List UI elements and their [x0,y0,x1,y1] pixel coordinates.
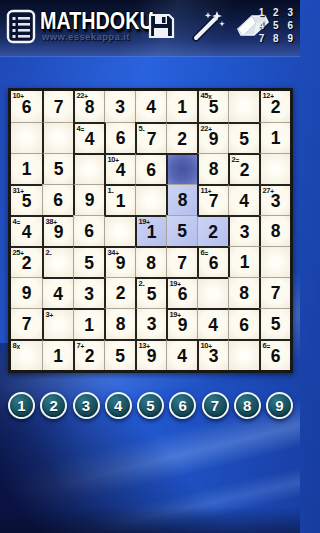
cell-r2c3[interactable]: 4=4 [73,122,104,153]
cage-label: 22+ [201,124,212,134]
cell-r8c4[interactable]: 8 [104,308,135,339]
cell-r3c4[interactable]: 10+4 [104,153,135,184]
cage-label: 5- [139,124,145,134]
cell-value: 6 [239,317,249,335]
cell-value: 6 [22,99,32,117]
cage-label: 19+ [170,310,181,320]
cage-label: 10+ [108,155,119,165]
cage-label: 19+ [170,279,181,289]
cell-r8c1[interactable]: 7 [11,308,42,339]
app-header: MATHDOKU www.essekappa.it 1 2 3 4 5 6 7 … [0,0,300,56]
cell-value: 8 [116,316,126,334]
cell-r5c8[interactable]: 3 [228,215,259,246]
cell-r9c8[interactable] [228,339,259,370]
cell-value: 3 [115,99,125,117]
cell-r5c1[interactable]: 4=4 [11,215,42,246]
cell-value: 8 [271,223,281,241]
cell-value: 1 [22,161,32,179]
cell-value: 5 [239,131,249,149]
notes-menu-icon[interactable] [6,9,36,45]
cage-label: 1- [108,186,114,196]
number-button-9[interactable]: 9 [266,392,293,419]
cell-value: 5 [209,99,219,117]
number-button-4[interactable]: 4 [105,392,132,419]
cell-value: 6 [271,348,281,366]
cell-value: 7 [54,99,64,117]
cell-r1c4[interactable]: 3 [104,91,135,122]
cage-label: 7+ [77,341,84,351]
cage-label: 31+ [13,186,24,196]
cell-value: 1 [271,130,281,148]
cell-value: 2 [240,162,250,180]
cell-r6c8[interactable]: 1 [228,246,259,277]
number-button-1[interactable]: 1 [8,392,35,419]
cage-label: 3+ [46,310,53,320]
cell-r3c3[interactable] [73,153,104,184]
cell-r6c5[interactable]: 8 [135,246,166,277]
puzzle-grid: 10+6722+834145x512+24=465-7222+9511510+4… [8,88,293,373]
cell-value: 7 [271,285,281,303]
cell-value: 3 [240,224,250,242]
numpad-row: 7 8 9 [259,32,296,45]
cell-value: 6 [146,162,156,180]
cage-label: 45x [201,91,212,101]
cell-value: 5 [115,348,125,366]
background-dark-edge [0,507,300,533]
cell-value: 9 [22,285,32,303]
cell-r7c9[interactable]: 7 [259,277,290,308]
cell-r2c7[interactable]: 22+9 [197,122,228,153]
cell-value: 8 [178,192,188,210]
cell-r9c9[interactable]: 6=6 [259,339,290,370]
cell-r2c1[interactable] [11,122,42,153]
cell-value: 1 [240,254,250,272]
cell-r4c9[interactable]: 27+3 [259,184,290,215]
cell-r3c8[interactable]: 2=2 [228,153,259,184]
cell-r7c6[interactable]: 19+6 [166,277,197,308]
cage-label: 12+ [263,91,274,101]
cell-r2c5[interactable]: 5-7 [135,122,166,153]
cell-r3c6[interactable] [166,153,197,184]
cell-r7c4[interactable]: 2 [104,277,135,308]
cage-label: 4= [77,124,84,134]
cell-value: 4 [208,317,218,335]
cell-value: 5 [271,316,281,334]
cell-r4c1[interactable]: 31+5 [11,184,42,215]
cell-value: 3 [147,316,157,334]
cell-value: 4 [146,99,156,117]
cell-r8c2[interactable]: 3+ [42,308,73,339]
cell-r7c1[interactable]: 9 [11,277,42,308]
cell-value: 7 [22,316,32,334]
cage-label: 19+ [139,217,150,227]
numpad-row: 4 5 6 [259,19,296,32]
cell-r8c9[interactable]: 5 [259,308,290,339]
cage-label: 38+ [46,217,57,227]
cell-value: 6 [209,255,219,273]
cell-r3c9[interactable] [259,153,290,184]
cell-r4c3[interactable]: 9 [73,184,104,215]
cell-value: 1 [116,193,126,211]
cell-value: 2 [271,99,281,117]
cell-r4c4[interactable]: 1-1 [104,184,135,215]
cell-value: 8 [239,285,249,303]
cell-r2c2[interactable] [42,122,73,153]
cell-value: 9 [85,192,95,210]
cage-label: 22+ [77,91,88,101]
cell-value: 2 [177,131,187,149]
cage-label: 6= [201,248,208,258]
cage-label: 10+ [201,341,212,351]
cell-r6c9[interactable] [259,246,290,277]
cell-r5c6[interactable]: 5 [166,215,197,246]
cell-value: 7 [147,131,157,149]
cage-label: 4= [13,217,20,227]
cage-label: 34+ [108,248,119,258]
cell-r9c3[interactable]: 7+2 [73,339,104,370]
number-button-row: 123456789 [8,391,293,420]
website-url: www.essekappa.it [42,31,130,42]
cell-value: 4 [22,224,32,242]
cell-r2c6[interactable]: 2 [166,122,197,153]
cell-r3c2[interactable]: 5 [42,153,73,184]
cell-r2c9[interactable]: 1 [259,122,290,153]
number-button-6[interactable]: 6 [169,392,196,419]
cage-label: 8x [13,341,20,351]
cell-r2c8[interactable]: 5 [228,122,259,153]
cell-r3c5[interactable]: 6 [135,153,166,184]
cell-value: 8 [146,255,156,273]
background-streak [0,446,300,533]
cell-value: 5 [147,286,157,304]
cell-value: 8 [209,161,219,179]
cell-r9c4[interactable]: 5 [104,339,135,370]
numpad-icon[interactable]: 1 2 3 4 5 6 7 8 9 [259,6,296,45]
number-button-7[interactable]: 7 [202,392,229,419]
cell-r6c4[interactable]: 34+9 [104,246,135,277]
cell-value: 8 [85,99,95,117]
cell-r8c3[interactable]: 1 [73,308,104,339]
cell-r1c7[interactable]: 45x5 [197,91,228,122]
cell-r8c5[interactable]: 3 [135,308,166,339]
cell-r7c7[interactable] [197,277,228,308]
cell-r5c4[interactable] [104,215,135,246]
cage-label: 13+ [139,341,150,351]
cell-r8c7[interactable]: 4 [197,308,228,339]
cell-r9c1[interactable]: 8x [11,339,42,370]
cell-r6c3[interactable]: 5 [73,246,104,277]
cell-value: 3 [84,286,94,304]
cell-r1c9[interactable]: 12+2 [259,91,290,122]
cell-value: 1 [53,348,63,366]
cell-r5c9[interactable]: 8 [259,215,290,246]
number-button-5[interactable]: 5 [137,392,164,419]
numpad-row: 1 2 3 [259,6,296,19]
cell-r1c8[interactable] [228,91,259,122]
cell-value: 4 [177,348,187,366]
cell-r6c1[interactable]: 25+2 [11,246,42,277]
cell-r5c7[interactable]: 2 [197,215,228,246]
cell-value: 1 [177,99,187,117]
cage-label: 2- [139,279,145,289]
cell-r1c2[interactable]: 7 [42,91,73,122]
cell-value: 5 [177,223,187,241]
cell-r6c6[interactable]: 7 [166,246,197,277]
cell-r4c5[interactable] [135,184,166,215]
cell-r9c5[interactable]: 13+9 [135,339,166,370]
cell-value: 7 [177,255,187,273]
cage-label: 2- [46,248,52,258]
cell-r9c2[interactable]: 1 [42,339,73,370]
cell-r5c2[interactable]: 38+9 [42,215,73,246]
cell-r1c3[interactable]: 22+8 [73,91,104,122]
number-button-8[interactable]: 8 [234,392,261,419]
cage-label: 2= [232,155,239,165]
cage-label: 27+ [263,186,274,196]
cage-label: 25+ [13,248,24,258]
mathdoku-app: { "game": "mathdoku-kenken-9x9", "header… [0,0,300,533]
cell-value: 6 [53,192,63,210]
cell-value: 4 [239,193,249,211]
cell-r4c6[interactable]: 8 [166,184,197,215]
cage-label: 11+ [201,186,212,196]
cell-r7c5[interactable]: 2-5 [135,277,166,308]
save-floppy-icon[interactable] [147,12,175,40]
cell-r7c8[interactable]: 8 [228,277,259,308]
cell-r4c8[interactable]: 4 [228,184,259,215]
cell-value: 2 [85,348,95,366]
cell-r6c2[interactable]: 2- [42,246,73,277]
cell-r4c7[interactable]: 11+7 [197,184,228,215]
cell-value: 4 [53,286,63,304]
cell-value: 6 [84,223,94,241]
magic-wand-icon[interactable] [191,8,225,42]
cell-value: 2 [116,285,126,303]
cell-r3c7[interactable]: 8 [197,153,228,184]
cell-value: 2 [208,224,218,242]
cell-r5c3[interactable]: 6 [73,215,104,246]
cell-r6c7[interactable]: 6=6 [197,246,228,277]
cell-r8c6[interactable]: 19+9 [166,308,197,339]
cell-r9c6[interactable]: 4 [166,339,197,370]
cell-r7c2[interactable]: 4 [42,277,73,308]
cell-r9c7[interactable]: 10+3 [197,339,228,370]
cell-r4c2[interactable]: 6 [42,184,73,215]
cell-r1c6[interactable]: 1 [166,91,197,122]
number-button-3[interactable]: 3 [73,392,100,419]
cage-label: 10+ [13,91,24,101]
cell-r5c5[interactable]: 19+1 [135,215,166,246]
cell-r1c5[interactable]: 4 [135,91,166,122]
cell-value: 5 [54,161,64,179]
cell-value: 5 [84,255,94,273]
cell-r2c4[interactable]: 6 [104,122,135,153]
cell-r8c8[interactable]: 6 [228,308,259,339]
cell-r1c1[interactable]: 10+6 [11,91,42,122]
cell-value: 4 [85,131,95,149]
cell-r3c1[interactable]: 1 [11,153,42,184]
cell-value: 1 [84,317,94,335]
number-button-2[interactable]: 2 [40,392,67,419]
cage-label: 6= [263,341,270,351]
cell-value: 6 [116,130,126,148]
cell-r7c3[interactable]: 3 [73,277,104,308]
